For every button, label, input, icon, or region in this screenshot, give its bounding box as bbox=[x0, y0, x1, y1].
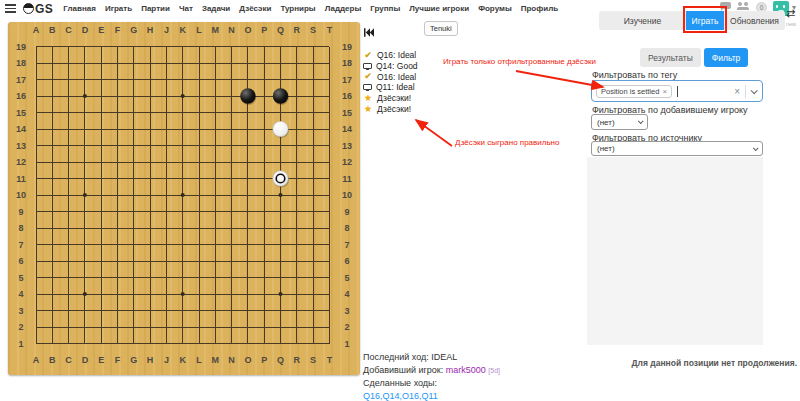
feedback-icon bbox=[363, 104, 373, 114]
svg-text:L: L bbox=[196, 25, 202, 35]
feedback-icon bbox=[363, 51, 373, 60]
tab-explore[interactable]: Изучение bbox=[599, 11, 686, 30]
nav-item[interactable]: Чат bbox=[179, 4, 193, 13]
svg-text:J: J bbox=[164, 25, 169, 35]
svg-text:T: T bbox=[327, 25, 333, 35]
svg-text:17: 17 bbox=[342, 75, 352, 85]
dropdown-chevron-icon[interactable] bbox=[751, 87, 758, 94]
svg-text:18: 18 bbox=[16, 58, 26, 68]
svg-text:M: M bbox=[212, 355, 220, 365]
svg-text:10: 10 bbox=[342, 190, 352, 200]
svg-text:E: E bbox=[98, 25, 104, 35]
nav-item[interactable]: Турниры bbox=[280, 4, 315, 13]
tag-chip-label: Position is settled bbox=[601, 87, 659, 96]
svg-text:6: 6 bbox=[344, 256, 349, 266]
svg-text:14: 14 bbox=[342, 124, 352, 134]
svg-text:E: E bbox=[98, 355, 104, 365]
tab-updates[interactable]: Обновления bbox=[724, 11, 785, 30]
stone-Q16 bbox=[273, 88, 288, 103]
nav-item[interactable]: Лучшие игроки bbox=[409, 4, 469, 13]
svg-text:13: 13 bbox=[342, 141, 352, 151]
svg-text:F: F bbox=[115, 355, 121, 365]
svg-text:T: T bbox=[327, 355, 333, 365]
svg-text:K: K bbox=[179, 355, 186, 365]
svg-text:O: O bbox=[244, 355, 251, 365]
moves-made-link[interactable]: Q16,Q14,O16,Q11 bbox=[363, 391, 438, 401]
feedback-icon bbox=[363, 63, 372, 69]
last-move-line: Последний ход: IDEAL bbox=[363, 351, 500, 364]
mode-tabs: Изучение Играть Обновления bbox=[599, 11, 785, 30]
compare-icon[interactable]: ⇄ bbox=[786, 8, 795, 19]
svg-text:Q: Q bbox=[277, 355, 284, 365]
added-by-line: Добавивший игрок: mark5000 [5d] bbox=[363, 364, 500, 378]
svg-text:C: C bbox=[65, 355, 72, 365]
feedback-icon bbox=[363, 72, 373, 81]
svg-text:D: D bbox=[82, 355, 89, 365]
svg-text:4: 4 bbox=[18, 289, 23, 299]
chat-bubble-icon bbox=[720, 2, 731, 9]
nav-item[interactable]: Играть bbox=[105, 4, 132, 13]
svg-text:1: 1 bbox=[344, 339, 349, 349]
svg-text:D: D bbox=[82, 25, 89, 35]
nav-item[interactable]: Группы bbox=[370, 4, 400, 13]
svg-text:Q: Q bbox=[277, 25, 284, 35]
svg-text:J: J bbox=[164, 355, 169, 365]
tag-chip-remove-icon[interactable]: × bbox=[662, 87, 667, 96]
svg-text:R: R bbox=[294, 25, 301, 35]
move-feedback-row: Q11: Ideal bbox=[363, 82, 418, 93]
move-feedback-row: O16: Ideal bbox=[363, 71, 418, 82]
input-divider bbox=[745, 85, 746, 98]
svg-text:H: H bbox=[147, 355, 154, 365]
skip-back-icon bbox=[364, 28, 374, 37]
svg-text:3: 3 bbox=[18, 306, 23, 316]
ogs-logo[interactable]: GS bbox=[23, 2, 53, 16]
svg-text:9: 9 bbox=[344, 207, 349, 217]
svg-text:3: 3 bbox=[344, 306, 349, 316]
stone-O16 bbox=[240, 88, 255, 103]
svg-text:14: 14 bbox=[16, 124, 26, 134]
feedback-label: O16: Ideal bbox=[377, 72, 416, 82]
svg-text:9: 9 bbox=[18, 207, 23, 217]
svg-text:18: 18 bbox=[342, 58, 352, 68]
svg-text:10: 10 bbox=[16, 190, 26, 200]
svg-text:4: 4 bbox=[344, 289, 349, 299]
annotation-filter-note: Играть только отфильтрованные дзёсэки bbox=[443, 57, 596, 66]
svg-text:B: B bbox=[49, 355, 56, 365]
clear-all-icon[interactable]: × bbox=[734, 86, 740, 97]
svg-text:F: F bbox=[115, 25, 121, 35]
hamburger-menu-icon[interactable] bbox=[5, 4, 16, 13]
svg-text:5: 5 bbox=[18, 273, 23, 283]
position-info: Последний ход: IDEAL Добавивший игрок: m… bbox=[363, 351, 500, 401]
subtab-filter[interactable]: Фильтр bbox=[704, 48, 749, 67]
new-label: new bbox=[786, 21, 796, 27]
nav-item[interactable]: Главная bbox=[63, 4, 96, 13]
tag-filter-label: Фильтровать по тегу bbox=[592, 70, 677, 80]
svg-text:O: O bbox=[244, 25, 251, 35]
feedback-label: Q16: Ideal bbox=[377, 50, 416, 60]
moves-made-label: Сделанные ходы: bbox=[363, 377, 500, 390]
move-feedback-row: Дзёсэки! bbox=[363, 93, 418, 104]
tenuki-button[interactable]: Tenuki bbox=[424, 21, 458, 36]
svg-text:P: P bbox=[261, 25, 267, 35]
svg-text:15: 15 bbox=[16, 108, 26, 118]
svg-text:15: 15 bbox=[342, 108, 352, 118]
nav-item[interactable]: Профиль bbox=[521, 4, 558, 13]
svg-text:S: S bbox=[310, 355, 316, 365]
svg-text:G: G bbox=[130, 25, 137, 35]
move-feedback-list: Q16: Ideal Q14: Good O16: Ideal Q11: Ide… bbox=[363, 50, 418, 114]
source-filter-value: (нет) bbox=[597, 144, 615, 153]
svg-text:8: 8 bbox=[344, 223, 349, 233]
move-feedback-row: Дзёсэки! bbox=[363, 103, 418, 114]
nav-item[interactable]: Партии bbox=[141, 4, 170, 13]
tab-play[interactable]: Играть bbox=[686, 11, 724, 30]
nav-item[interactable]: Дзёсэки bbox=[239, 4, 271, 13]
annotation-correct-note: Дзёсэки сыграно правильно bbox=[455, 138, 559, 147]
svg-text:12: 12 bbox=[342, 157, 352, 167]
nav-item[interactable]: Ладдеры bbox=[325, 4, 362, 13]
svg-text:B: B bbox=[49, 25, 56, 35]
svg-text:19: 19 bbox=[342, 42, 352, 52]
feedback-label: Дзёсэки! bbox=[377, 93, 411, 103]
svg-text:L: L bbox=[196, 355, 202, 365]
svg-text:P: P bbox=[261, 355, 267, 365]
feedback-label: Q14: Good bbox=[376, 61, 418, 71]
svg-text:H: H bbox=[147, 25, 154, 35]
results-empty-area bbox=[587, 157, 763, 345]
source-filter-select[interactable]: (нет) bbox=[591, 141, 763, 156]
joseki-explorer-page: GS ГлавнаяИгратьПартииЧатЗадачиДзёсэкиТу… bbox=[0, 0, 800, 401]
play-subtabs: Результаты Фильтр bbox=[640, 48, 748, 67]
select-chevron-icon bbox=[753, 145, 759, 151]
subtab-results[interactable]: Результаты bbox=[640, 48, 701, 67]
added-by-user-link[interactable]: mark5000 bbox=[446, 365, 486, 375]
svg-text:5: 5 bbox=[344, 273, 349, 283]
added-by-rank: [5d] bbox=[488, 367, 500, 374]
no-continuation-text: Для данной позиции нет продолжения. bbox=[587, 358, 797, 368]
svg-text:6: 6 bbox=[18, 256, 23, 266]
nav-item[interactable]: Задачи bbox=[202, 4, 230, 13]
svg-text:G: G bbox=[130, 355, 137, 365]
svg-text:R: R bbox=[294, 355, 301, 365]
main-menu: ГлавнаяИгратьПартииЧатЗадачиДзёсэкиТурни… bbox=[63, 4, 558, 13]
svg-text:7: 7 bbox=[18, 240, 23, 250]
svg-text:16: 16 bbox=[342, 91, 352, 101]
svg-text:A: A bbox=[33, 25, 40, 35]
feedback-label: Q11: Ideal bbox=[376, 82, 415, 92]
feedback-icon bbox=[363, 84, 372, 90]
go-board[interactable]: AA1919BB1818CC1717DD1616EE1515FF1414GG13… bbox=[8, 22, 360, 375]
svg-text:2: 2 bbox=[18, 322, 23, 332]
go-board-svg: AA1919BB1818CC1717DD1616EE1515FF1414GG13… bbox=[8, 22, 360, 375]
svg-text:19: 19 bbox=[16, 42, 26, 52]
svg-text:N: N bbox=[228, 25, 235, 35]
feedback-label: Дзёсэки! bbox=[377, 104, 411, 114]
move-feedback-row: Q14: Good bbox=[363, 61, 418, 72]
arrow-to-feedback bbox=[416, 120, 452, 146]
svg-text:11: 11 bbox=[342, 174, 352, 184]
arrow-to-filter bbox=[516, 71, 603, 87]
player-filter-value: (нет) bbox=[597, 118, 615, 127]
svg-text:8: 8 bbox=[18, 223, 23, 233]
svg-text:C: C bbox=[65, 25, 72, 35]
svg-text:13: 13 bbox=[16, 141, 26, 151]
select-chevron-icon bbox=[638, 118, 644, 124]
svg-text:K: K bbox=[179, 25, 186, 35]
player-filter-select[interactable]: (нет) bbox=[591, 114, 648, 130]
stone-Q14 bbox=[273, 121, 288, 136]
svg-text:11: 11 bbox=[16, 174, 26, 184]
svg-text:7: 7 bbox=[344, 240, 349, 250]
added-by-label: Добавивший игрок: bbox=[363, 365, 443, 375]
svg-text:2: 2 bbox=[344, 322, 349, 332]
go-stone-logo-icon bbox=[23, 3, 34, 14]
svg-text:1: 1 bbox=[18, 339, 23, 349]
svg-text:17: 17 bbox=[16, 75, 26, 85]
stone-Q11 bbox=[273, 171, 288, 186]
tag-chip: Position is settled × bbox=[596, 85, 672, 98]
svg-text:A: A bbox=[33, 355, 40, 365]
skip-to-start-button[interactable] bbox=[364, 23, 374, 41]
svg-text:N: N bbox=[228, 355, 235, 365]
move-feedback-row: Q16: Ideal bbox=[363, 50, 418, 61]
svg-text:16: 16 bbox=[16, 91, 26, 101]
text-cursor bbox=[677, 86, 678, 97]
svg-text:S: S bbox=[310, 25, 316, 35]
friends-icon bbox=[737, 2, 750, 10]
tag-filter-input[interactable]: Position is settled × × bbox=[591, 80, 763, 102]
feedback-icon bbox=[363, 93, 373, 103]
svg-text:12: 12 bbox=[16, 157, 26, 167]
svg-text:M: M bbox=[212, 25, 220, 35]
nav-item[interactable]: Форумы bbox=[478, 4, 512, 13]
logo-text: GS bbox=[35, 2, 53, 16]
